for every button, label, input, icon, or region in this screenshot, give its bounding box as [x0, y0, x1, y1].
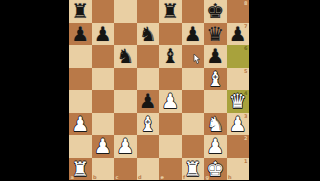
black-pawn[interactable]: ♟ [227, 23, 250, 46]
square-g7[interactable]: ♛ [204, 23, 227, 46]
square-d2[interactable] [137, 135, 160, 158]
square-c3[interactable] [114, 113, 137, 136]
white-king[interactable]: ♚ [204, 158, 227, 181]
square-h5[interactable]: 5 [227, 68, 250, 91]
file-label-d: d [138, 175, 142, 180]
white-pawn[interactable]: ♟ [159, 90, 182, 113]
square-b4[interactable] [92, 90, 115, 113]
file-label-c: c [116, 175, 119, 180]
square-f3[interactable] [182, 113, 205, 136]
square-b3[interactable] [92, 113, 115, 136]
square-g3[interactable]: ♞ [204, 113, 227, 136]
square-d3[interactable]: ♝ [137, 113, 160, 136]
square-b2[interactable]: ♟ [92, 135, 115, 158]
file-label-b: b [93, 175, 97, 180]
square-g5[interactable]: ♝ [204, 68, 227, 91]
square-h3[interactable]: 3♟ [227, 113, 250, 136]
screenshot-stage: ♜♜♚8♟♟♞♟♛7♟♞♝♟6♝5♟♟4♛♟♝♞3♟♟♟♟2a♜bcdef♜g♚… [0, 0, 320, 180]
rank-label-2: 2 [244, 136, 247, 141]
letterbox-left [0, 0, 69, 180]
chess-board[interactable]: ♜♜♚8♟♟♞♟♛7♟♞♝♟6♝5♟♟4♛♟♝♞3♟♟♟♟2a♜bcdef♜g♚… [69, 0, 251, 180]
square-b5[interactable] [92, 68, 115, 91]
square-a2[interactable] [69, 135, 92, 158]
square-g8[interactable]: ♚ [204, 0, 227, 23]
white-bishop[interactable]: ♝ [204, 68, 227, 91]
black-king[interactable]: ♚ [204, 0, 227, 23]
black-pawn[interactable]: ♟ [204, 45, 227, 68]
white-pawn[interactable]: ♟ [69, 113, 92, 136]
square-g4[interactable] [204, 90, 227, 113]
square-e2[interactable] [159, 135, 182, 158]
square-d1[interactable]: d [137, 158, 160, 181]
square-a8[interactable]: ♜ [69, 0, 92, 23]
black-bishop[interactable]: ♝ [159, 45, 182, 68]
white-queen[interactable]: ♛ [227, 90, 250, 113]
square-e4[interactable]: ♟ [159, 90, 182, 113]
rank-label-1: 1 [244, 159, 247, 164]
square-c7[interactable] [114, 23, 137, 46]
white-knight[interactable]: ♞ [204, 113, 227, 136]
rank-label-6: 6 [244, 46, 247, 51]
square-h8[interactable]: 8 [227, 0, 250, 23]
white-rook[interactable]: ♜ [69, 158, 92, 181]
square-e7[interactable] [159, 23, 182, 46]
white-pawn[interactable]: ♟ [92, 135, 115, 158]
square-d7[interactable]: ♞ [137, 23, 160, 46]
black-queen[interactable]: ♛ [204, 23, 227, 46]
square-c6[interactable]: ♞ [114, 45, 137, 68]
file-label-h: h [228, 175, 232, 180]
square-e3[interactable] [159, 113, 182, 136]
square-g1[interactable]: g♚ [204, 158, 227, 181]
square-g6[interactable]: ♟ [204, 45, 227, 68]
square-b1[interactable]: b [92, 158, 115, 181]
square-a1[interactable]: a♜ [69, 158, 92, 181]
white-pawn[interactable]: ♟ [204, 135, 227, 158]
black-rook[interactable]: ♜ [159, 0, 182, 23]
square-h4[interactable]: 4♛ [227, 90, 250, 113]
black-pawn[interactable]: ♟ [69, 23, 92, 46]
square-a4[interactable] [69, 90, 92, 113]
square-c4[interactable] [114, 90, 137, 113]
square-f7[interactable]: ♟ [182, 23, 205, 46]
square-f2[interactable] [182, 135, 205, 158]
square-b7[interactable]: ♟ [92, 23, 115, 46]
file-label-e: e [161, 175, 164, 180]
square-g2[interactable]: ♟ [204, 135, 227, 158]
square-f6[interactable] [182, 45, 205, 68]
black-knight[interactable]: ♞ [114, 45, 137, 68]
black-pawn[interactable]: ♟ [137, 90, 160, 113]
square-a5[interactable] [69, 68, 92, 91]
black-pawn[interactable]: ♟ [182, 23, 205, 46]
black-rook[interactable]: ♜ [69, 0, 92, 23]
square-h7[interactable]: 7♟ [227, 23, 250, 46]
white-pawn[interactable]: ♟ [227, 113, 250, 136]
square-d5[interactable] [137, 68, 160, 91]
black-knight[interactable]: ♞ [137, 23, 160, 46]
square-f8[interactable] [182, 0, 205, 23]
square-f5[interactable] [182, 68, 205, 91]
rank-label-8: 8 [244, 1, 247, 6]
square-b6[interactable] [92, 45, 115, 68]
square-f4[interactable] [182, 90, 205, 113]
square-h1[interactable]: 1h [227, 158, 250, 181]
letterbox-right [249, 0, 320, 180]
square-c1[interactable]: c [114, 158, 137, 181]
square-h2[interactable]: 2 [227, 135, 250, 158]
white-rook[interactable]: ♜ [182, 158, 205, 181]
square-d6[interactable] [137, 45, 160, 68]
square-c2[interactable]: ♟ [114, 135, 137, 158]
square-a3[interactable]: ♟ [69, 113, 92, 136]
square-a6[interactable] [69, 45, 92, 68]
square-e8[interactable]: ♜ [159, 0, 182, 23]
square-e6[interactable]: ♝ [159, 45, 182, 68]
rank-label-5: 5 [244, 69, 247, 74]
black-pawn[interactable]: ♟ [92, 23, 115, 46]
white-pawn[interactable]: ♟ [114, 135, 137, 158]
square-b8[interactable] [92, 0, 115, 23]
white-bishop[interactable]: ♝ [137, 113, 160, 136]
square-d4[interactable]: ♟ [137, 90, 160, 113]
square-c5[interactable] [114, 68, 137, 91]
square-e1[interactable]: e [159, 158, 182, 181]
square-e5[interactable] [159, 68, 182, 91]
square-d8[interactable] [137, 0, 160, 23]
square-f1[interactable]: f♜ [182, 158, 205, 181]
square-a7[interactable]: ♟ [69, 23, 92, 46]
square-h6[interactable]: 6 [227, 45, 250, 68]
square-c8[interactable] [114, 0, 137, 23]
